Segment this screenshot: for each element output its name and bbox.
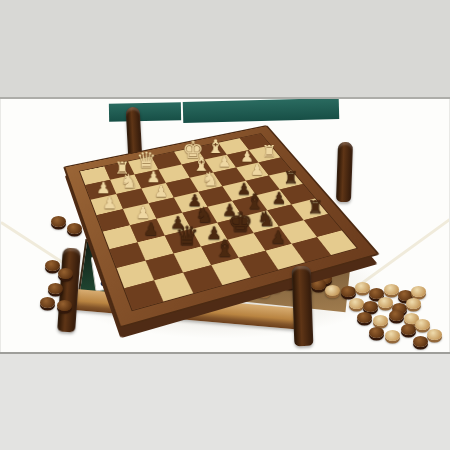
piece-dark-pawn: ♟ <box>272 191 287 207</box>
piece-white-rook: ♜ <box>262 143 277 159</box>
top-gray-bar <box>0 0 450 97</box>
checker-dark <box>389 310 404 321</box>
tray-post-back-right <box>336 142 353 202</box>
checker-dark <box>40 297 55 308</box>
bottom-gray-bar <box>0 354 450 450</box>
checker-light <box>406 298 421 309</box>
piece-white-pawn: ♟ <box>218 155 232 170</box>
piece-dark-king: ♚ <box>228 208 253 236</box>
piece-dark-rook: ♜ <box>283 169 299 186</box>
checker-dark <box>413 336 428 347</box>
piece-white-pawn: ♟ <box>250 163 264 178</box>
piece-white-pawn: ♟ <box>102 195 117 211</box>
box-lid-band-left <box>109 102 181 121</box>
piece-dark-pawn: ♟ <box>143 221 159 238</box>
checker-dark <box>401 324 416 335</box>
piece-white-knight: ♞ <box>201 169 219 188</box>
page-frame: ♜♛♚♝♟♞♟♝♟♟♜♟♟♞♟♟♟♟♜♟♟♞♟♝♟♛♟♚♞♜♝♟ <box>0 0 450 450</box>
checker-dark <box>67 223 82 234</box>
piece-dark-rook: ♜ <box>307 198 324 216</box>
piece-dark-queen: ♛ <box>175 223 199 249</box>
box-lid-band-right <box>183 99 339 123</box>
checker-dark <box>398 290 413 301</box>
piece-dark-bishop: ♝ <box>214 237 235 260</box>
checker-dark <box>51 216 66 227</box>
product-photo[interactable]: ♜♛♚♝♟♞♟♝♟♟♜♟♟♞♟♟♟♟♜♟♟♞♟♝♟♛♟♚♞♜♝♟ <box>0 99 450 352</box>
checker-light <box>415 319 430 330</box>
piece-dark-pawn: ♟ <box>270 229 286 246</box>
piece-white-knight: ♞ <box>120 171 138 190</box>
tray-post-front-right <box>292 266 314 347</box>
checker-light <box>404 313 419 324</box>
piece-dark-knight: ♞ <box>256 208 275 229</box>
checker-light <box>411 286 426 297</box>
checker-light <box>385 330 400 341</box>
piece-white-pawn: ♟ <box>154 184 169 200</box>
checker-dark <box>392 303 407 314</box>
checker-light <box>427 329 442 340</box>
square-c3: ♛ <box>165 229 201 253</box>
checker-light <box>384 284 399 295</box>
